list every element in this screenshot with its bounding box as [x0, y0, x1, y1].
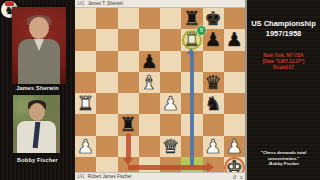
board-toolbar: ⇵ ≡ [230, 173, 243, 180]
square-e2[interactable]: ♛ [160, 136, 181, 157]
square-b3[interactable] [96, 114, 117, 135]
board-column: 141 James T. Sherwin ♜♚♜♟♟♟♝♛♜♟♞♜♟♛♟♟♚ !… [75, 0, 245, 180]
flip-icon[interactable]: ⇵ [232, 174, 236, 180]
square-c4[interactable] [118, 93, 139, 114]
square-d8[interactable] [139, 8, 160, 29]
square-e8[interactable] [160, 8, 181, 29]
black-rook[interactable]: ♜ [120, 114, 137, 135]
square-b4[interactable] [96, 93, 117, 114]
square-f4[interactable] [181, 93, 202, 114]
square-d6[interactable]: ♟ [139, 51, 160, 72]
menu-icon[interactable]: ≡ [240, 174, 243, 180]
square-a2[interactable]: ♟ [75, 136, 96, 157]
square-h8[interactable] [224, 8, 245, 29]
square-c3[interactable]: ♜ [118, 114, 139, 135]
square-a6[interactable] [75, 51, 96, 72]
square-b6[interactable] [96, 51, 117, 72]
black-knight[interactable]: ♞ [205, 93, 222, 114]
white-queen[interactable]: ♛ [162, 136, 179, 157]
quote-author: -Bobby Fischer [247, 161, 320, 167]
square-g7[interactable]: ♟ [203, 29, 224, 50]
player-name-sherwin: James Sherwin [0, 85, 75, 91]
square-d2[interactable] [139, 136, 160, 157]
square-a3[interactable] [75, 114, 96, 135]
photo-james-sherwin [12, 7, 66, 84]
square-g6[interactable] [203, 51, 224, 72]
square-c8[interactable] [118, 8, 139, 29]
black-king[interactable]: ♚ [205, 8, 222, 29]
square-c2[interactable] [118, 136, 139, 157]
square-b5[interactable] [96, 72, 117, 93]
square-f6[interactable] [181, 51, 202, 72]
square-d7[interactable] [139, 29, 160, 50]
black-queen[interactable]: ♛ [205, 72, 222, 93]
square-h2[interactable]: ♟ [224, 136, 245, 157]
event-round: Round 07 [247, 65, 320, 71]
white-pawn[interactable]: ♟ [77, 136, 94, 157]
square-e3[interactable] [160, 114, 181, 135]
players-panel: ♞ James Sherwin Bobby Fischer [0, 0, 75, 180]
square-c7[interactable] [118, 29, 139, 50]
white-bishop[interactable]: ♝ [141, 72, 158, 93]
square-h7[interactable]: ♟ [224, 29, 245, 50]
black-pawn[interactable]: ♟ [141, 51, 158, 72]
square-g3[interactable] [203, 114, 224, 135]
square-f5[interactable] [181, 72, 202, 93]
white-player-number: 141 [77, 174, 85, 179]
white-pawn[interactable]: ♟ [205, 136, 222, 157]
square-g2[interactable]: ♟ [203, 136, 224, 157]
white-player-bar: 141 Robert James Fischer ⇵ ≡ [75, 172, 245, 180]
square-h3[interactable] [224, 114, 245, 135]
white-player-label: Robert James Fischer [88, 174, 132, 179]
white-rook[interactable]: ♜ [77, 93, 94, 114]
square-g8[interactable]: ♚ [203, 8, 224, 29]
square-a7[interactable] [75, 29, 96, 50]
square-f7[interactable]: ♜ [181, 29, 202, 50]
square-e7[interactable] [160, 29, 181, 50]
square-c6[interactable] [118, 51, 139, 72]
event-season: 1957/1958 [247, 29, 320, 38]
square-a4[interactable]: ♜ [75, 93, 96, 114]
square-b8[interactable] [96, 8, 117, 29]
square-d5[interactable]: ♝ [139, 72, 160, 93]
chess-board[interactable]: ♜♚♜♟♟♟♝♛♜♟♞♜♟♛♟♟♚ [75, 8, 245, 178]
square-b7[interactable] [96, 29, 117, 50]
event-title: US Championship [247, 19, 320, 28]
portrait-head [29, 17, 49, 39]
black-pawn[interactable]: ♟ [226, 29, 243, 50]
square-e4[interactable]: ♟ [160, 93, 181, 114]
black-rook[interactable]: ♜ [183, 8, 200, 29]
quote-block: "Chess demands total concentration." -Bo… [247, 150, 320, 167]
square-e5[interactable] [160, 72, 181, 93]
square-h4[interactable] [224, 93, 245, 114]
square-a8[interactable] [75, 8, 96, 29]
square-e6[interactable] [160, 51, 181, 72]
square-g5[interactable]: ♛ [203, 72, 224, 93]
square-a5[interactable] [75, 72, 96, 93]
square-c5[interactable] [118, 72, 139, 93]
portrait-head [29, 103, 45, 121]
square-f8[interactable]: ♜ [181, 8, 202, 29]
square-d3[interactable] [139, 114, 160, 135]
square-h6[interactable] [224, 51, 245, 72]
square-d4[interactable] [139, 93, 160, 114]
info-panel: US Championship 1957/1958 New York, NY U… [245, 0, 320, 180]
square-h5[interactable] [224, 72, 245, 93]
player-name-fischer: Bobby Fischer [0, 157, 75, 163]
square-f3[interactable] [181, 114, 202, 135]
black-pawn[interactable]: ♟ [205, 29, 222, 50]
black-player-label: James T. Sherwin [88, 1, 123, 6]
white-rook[interactable]: ♜ [183, 29, 200, 50]
board-area: ♜♚♜♟♟♟♝♛♜♟♞♜♟♛♟♟♚ !! [75, 8, 245, 178]
white-pawn[interactable]: ♟ [162, 93, 179, 114]
square-b2[interactable] [96, 136, 117, 157]
video-frame: ♞ James Sherwin Bobby Fischer 141 James … [0, 0, 320, 180]
photo-bobby-fischer [13, 95, 60, 153]
white-pawn[interactable]: ♟ [226, 136, 243, 157]
square-f2[interactable] [181, 136, 202, 157]
square-g4[interactable]: ♞ [203, 93, 224, 114]
quote-text: "Chess demands total concentration." [247, 150, 320, 161]
event-details: New York, NY USA [Date "1957.12.27"] Rou… [247, 53, 320, 70]
black-player-number: 141 [77, 1, 85, 6]
